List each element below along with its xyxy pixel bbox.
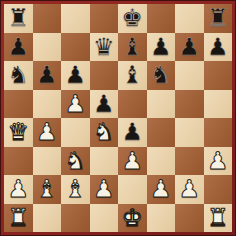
square-e7[interactable]: ♝ [118, 33, 147, 62]
square-f8[interactable] [147, 4, 176, 33]
square-b7[interactable] [33, 33, 62, 62]
square-a4[interactable]: ♛ [4, 118, 33, 147]
black-bishop[interactable]: ♝ [121, 33, 143, 62]
black-pawn[interactable]: ♟ [7, 33, 29, 62]
square-c4[interactable] [61, 118, 90, 147]
black-pawn[interactable]: ♟ [36, 61, 58, 90]
white-queen[interactable]: ♛ [7, 118, 29, 147]
square-d5[interactable]: ♟ [90, 90, 119, 119]
square-h4[interactable] [204, 118, 233, 147]
white-knight[interactable]: ♞ [93, 118, 115, 147]
square-b4[interactable]: ♟ [33, 118, 62, 147]
square-b8[interactable] [33, 4, 62, 33]
white-knight[interactable]: ♞ [64, 147, 86, 176]
square-e3[interactable]: ♟ [118, 147, 147, 176]
black-pawn[interactable]: ♟ [121, 118, 143, 147]
square-e1[interactable]: ♚ [118, 204, 147, 233]
square-d6[interactable] [90, 61, 119, 90]
white-rook[interactable]: ♜ [207, 204, 229, 233]
square-b1[interactable] [33, 204, 62, 233]
square-g1[interactable] [175, 204, 204, 233]
black-knight[interactable]: ♞ [7, 61, 29, 90]
square-a1[interactable]: ♜ [4, 204, 33, 233]
black-knight[interactable]: ♞ [150, 61, 172, 90]
square-h2[interactable] [204, 175, 233, 204]
square-a2[interactable]: ♟ [4, 175, 33, 204]
square-f2[interactable]: ♟ [147, 175, 176, 204]
white-king[interactable]: ♚ [121, 204, 143, 233]
black-rook[interactable]: ♜ [207, 4, 229, 33]
white-rook[interactable]: ♜ [7, 204, 29, 233]
square-d8[interactable] [90, 4, 119, 33]
black-bishop[interactable]: ♝ [121, 61, 143, 90]
white-pawn[interactable]: ♟ [64, 90, 86, 119]
black-pawn[interactable]: ♟ [64, 61, 86, 90]
square-b6[interactable]: ♟ [33, 61, 62, 90]
square-a6[interactable]: ♞ [4, 61, 33, 90]
square-h3[interactable]: ♟ [204, 147, 233, 176]
square-b3[interactable] [33, 147, 62, 176]
square-a5[interactable] [4, 90, 33, 119]
square-g6[interactable] [175, 61, 204, 90]
square-a8[interactable]: ♜ [4, 4, 33, 33]
square-d7[interactable]: ♛ [90, 33, 119, 62]
square-c7[interactable] [61, 33, 90, 62]
square-c2[interactable]: ♝ [61, 175, 90, 204]
chess-board: ♜♚♜♟♛♝♟♟♟♞♟♟♝♞♟♟♛♟♞♟♞♟♟♟♝♝♟♟♟♜♚♜ [4, 4, 232, 232]
white-pawn[interactable]: ♟ [121, 147, 143, 176]
square-f7[interactable]: ♟ [147, 33, 176, 62]
black-rook[interactable]: ♜ [7, 4, 29, 33]
square-c8[interactable] [61, 4, 90, 33]
square-d2[interactable]: ♟ [90, 175, 119, 204]
square-g2[interactable]: ♟ [175, 175, 204, 204]
white-pawn[interactable]: ♟ [36, 118, 58, 147]
square-g4[interactable] [175, 118, 204, 147]
square-e2[interactable] [118, 175, 147, 204]
square-c1[interactable] [61, 204, 90, 233]
black-pawn[interactable]: ♟ [150, 33, 172, 62]
white-bishop[interactable]: ♝ [64, 175, 86, 204]
square-g8[interactable] [175, 4, 204, 33]
square-f6[interactable]: ♞ [147, 61, 176, 90]
square-h6[interactable] [204, 61, 233, 90]
black-pawn[interactable]: ♟ [178, 33, 200, 62]
square-g5[interactable] [175, 90, 204, 119]
square-c6[interactable]: ♟ [61, 61, 90, 90]
square-b5[interactable] [33, 90, 62, 119]
square-g3[interactable] [175, 147, 204, 176]
white-pawn[interactable]: ♟ [207, 147, 229, 176]
black-pawn[interactable]: ♟ [93, 90, 115, 119]
square-h7[interactable]: ♟ [204, 33, 233, 62]
square-f1[interactable] [147, 204, 176, 233]
square-e4[interactable]: ♟ [118, 118, 147, 147]
square-c5[interactable]: ♟ [61, 90, 90, 119]
white-pawn[interactable]: ♟ [178, 175, 200, 204]
square-a3[interactable] [4, 147, 33, 176]
square-h5[interactable] [204, 90, 233, 119]
black-king[interactable]: ♚ [121, 4, 143, 33]
board-frame: ♜♚♜♟♛♝♟♟♟♞♟♟♝♞♟♟♛♟♞♟♞♟♟♟♝♝♟♟♟♜♚♜ [0, 0, 236, 236]
square-c3[interactable]: ♞ [61, 147, 90, 176]
square-d4[interactable]: ♞ [90, 118, 119, 147]
square-f5[interactable] [147, 90, 176, 119]
white-pawn[interactable]: ♟ [150, 175, 172, 204]
square-b2[interactable]: ♝ [33, 175, 62, 204]
square-e5[interactable] [118, 90, 147, 119]
white-pawn[interactable]: ♟ [7, 175, 29, 204]
square-e8[interactable]: ♚ [118, 4, 147, 33]
black-queen[interactable]: ♛ [93, 33, 115, 62]
white-bishop[interactable]: ♝ [36, 175, 58, 204]
black-pawn[interactable]: ♟ [207, 33, 229, 62]
square-e6[interactable]: ♝ [118, 61, 147, 90]
white-pawn[interactable]: ♟ [93, 175, 115, 204]
square-h8[interactable]: ♜ [204, 4, 233, 33]
square-h1[interactable]: ♜ [204, 204, 233, 233]
square-d1[interactable] [90, 204, 119, 233]
square-f3[interactable] [147, 147, 176, 176]
square-g7[interactable]: ♟ [175, 33, 204, 62]
square-a7[interactable]: ♟ [4, 33, 33, 62]
square-d3[interactable] [90, 147, 119, 176]
square-f4[interactable] [147, 118, 176, 147]
